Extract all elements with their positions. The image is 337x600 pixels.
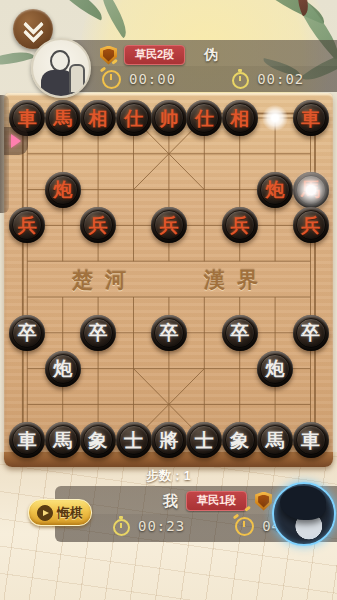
piece-black-soldier[interactable]: 卒 (151, 315, 187, 351)
move-counter: 步数：1 (0, 468, 337, 485)
alarm-clock-icon (102, 70, 121, 89)
opponent-rank-badge: 草民2段 (124, 45, 185, 64)
undo-button[interactable]: 悔棋 (28, 499, 92, 526)
piece-red-cannon[interactable]: 炮 (257, 172, 293, 208)
opponent-name: 伪 (204, 46, 218, 64)
piece-black-soldier[interactable]: 卒 (222, 315, 258, 351)
my-turn-time: 00:23 (138, 518, 185, 534)
avatar-person-sketch (50, 50, 70, 72)
piece-red-elephant[interactable]: 相 (80, 100, 116, 136)
piece-black-chariot[interactable]: 車 (293, 422, 329, 458)
opponent-turn-time: 00:02 (257, 71, 304, 87)
alarm-clock-icon (235, 517, 254, 536)
piece-black-soldier[interactable]: 卒 (293, 315, 329, 351)
river-label-left: 楚河 (72, 266, 138, 294)
my-rank-shield-icon (255, 492, 272, 511)
my-rank-badge: 草民1段 (186, 491, 247, 510)
last-move-destination-glow (290, 169, 332, 211)
piece-red-horse[interactable]: 馬 (293, 172, 329, 208)
piece-red-soldier[interactable]: 兵 (222, 207, 258, 243)
piece-black-general[interactable]: 將 (151, 422, 187, 458)
piece-black-soldier[interactable]: 卒 (9, 315, 45, 351)
opponent-rank-shield-icon (100, 46, 117, 65)
game-screen: 楚河 漢界 車馬相仕帅仕相車炮炮馬兵兵兵兵兵卒卒卒卒卒炮炮車馬象士將士象馬車 草… (0, 0, 337, 600)
piece-black-cannon[interactable]: 炮 (45, 351, 81, 387)
piece-red-cannon[interactable]: 炮 (45, 172, 81, 208)
piece-red-advisor[interactable]: 仕 (116, 100, 152, 136)
piece-red-horse[interactable]: 馬 (45, 100, 81, 136)
last-move-origin-marker (262, 105, 288, 131)
piece-red-chariot[interactable]: 車 (293, 100, 329, 136)
piece-red-elephant[interactable]: 相 (222, 100, 258, 136)
xiangqi-board[interactable] (4, 93, 333, 455)
pink-arrow-right-icon (11, 134, 21, 148)
side-panel-tab[interactable] (4, 127, 28, 155)
opponent-total-time: 00:00 (129, 71, 176, 87)
avatar-anime-character (280, 486, 326, 520)
my-label: 我 (163, 492, 178, 511)
opponent-info-bar: 草民2段 伪 00:00 00:02 (58, 40, 337, 92)
play-circle-icon (37, 505, 53, 521)
piece-red-general[interactable]: 帅 (151, 100, 187, 136)
bamboo-leaf-decoration (0, 45, 35, 72)
stopwatch-icon (232, 72, 249, 89)
river-label-right: 漢界 (204, 266, 270, 294)
opponent-avatar[interactable] (31, 38, 91, 98)
piece-black-soldier[interactable]: 卒 (80, 315, 116, 351)
piece-red-soldier[interactable]: 兵 (293, 207, 329, 243)
piece-black-elephant[interactable]: 象 (222, 422, 258, 458)
piece-black-advisor[interactable]: 士 (116, 422, 152, 458)
stopwatch-icon (113, 519, 130, 536)
piece-black-cannon[interactable]: 炮 (257, 351, 293, 387)
piece-black-horse[interactable]: 馬 (45, 422, 81, 458)
my-avatar[interactable] (272, 482, 336, 546)
